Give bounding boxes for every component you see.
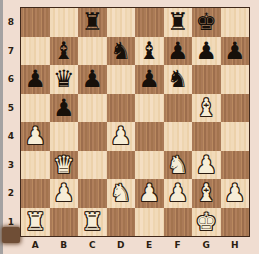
square-e6[interactable]: ♟ [135, 65, 164, 94]
screen-edge-artifact [0, 0, 3, 254]
square-f6[interactable]: ♞ [164, 65, 193, 94]
board-frame: ♜♜♚♝♞♝♟♟♟♟♛♟♟♞♟♝♟♟♛♞♟♟♞♟♟♝♟♜♜♚ [20, 7, 250, 237]
square-e8[interactable] [135, 8, 164, 37]
file-label-g: G [200, 240, 212, 250]
square-h8[interactable] [221, 8, 250, 37]
file-label-b: B [58, 240, 70, 250]
piece-black-rook-c8[interactable]: ♜ [81, 8, 103, 36]
corner-shadow-artifact [2, 227, 20, 243]
square-e2[interactable]: ♟ [135, 179, 164, 208]
rank-label-6: 6 [5, 74, 17, 84]
square-f2[interactable]: ♟ [164, 179, 193, 208]
piece-white-queen-b3[interactable]: ♛ [53, 151, 75, 179]
file-label-c: C [86, 240, 98, 250]
square-f4[interactable] [164, 122, 193, 151]
piece-white-rook-c1[interactable]: ♜ [81, 208, 103, 236]
piece-white-bishop-g5[interactable]: ♝ [195, 94, 217, 122]
square-g4[interactable] [192, 122, 221, 151]
square-b3[interactable]: ♛ [50, 151, 79, 180]
piece-white-pawn-h2[interactable]: ♟ [224, 179, 246, 207]
piece-black-queen-b6[interactable]: ♛ [53, 65, 75, 93]
piece-black-pawn-e6[interactable]: ♟ [138, 65, 160, 93]
file-label-d: D [115, 240, 127, 250]
square-c4[interactable] [78, 122, 107, 151]
piece-white-pawn-d4[interactable]: ♟ [110, 122, 132, 150]
square-d7[interactable]: ♞ [107, 37, 136, 66]
square-a7[interactable] [21, 37, 50, 66]
square-h7[interactable]: ♟ [221, 37, 250, 66]
piece-black-pawn-b5[interactable]: ♟ [53, 94, 75, 122]
rank-label-3: 3 [5, 160, 17, 170]
square-f1[interactable] [164, 208, 193, 237]
square-b6[interactable]: ♛ [50, 65, 79, 94]
file-label-a: A [29, 240, 41, 250]
square-g1[interactable]: ♚ [192, 208, 221, 237]
square-d5[interactable] [107, 94, 136, 123]
square-a6[interactable]: ♟ [21, 65, 50, 94]
square-e1[interactable] [135, 208, 164, 237]
square-h1[interactable] [221, 208, 250, 237]
square-g5[interactable]: ♝ [192, 94, 221, 123]
square-d4[interactable]: ♟ [107, 122, 136, 151]
square-h3[interactable] [221, 151, 250, 180]
square-a8[interactable] [21, 8, 50, 37]
square-f5[interactable] [164, 94, 193, 123]
square-a4[interactable]: ♟ [21, 122, 50, 151]
square-h4[interactable] [221, 122, 250, 151]
rank-label-4: 4 [5, 131, 17, 141]
piece-white-pawn-f2[interactable]: ♟ [167, 179, 189, 207]
chess-board-screenshot: ♜♜♚♝♞♝♟♟♟♟♛♟♟♞♟♝♟♟♛♞♟♟♞♟♟♝♟♜♜♚ 87654321A… [0, 0, 259, 254]
file-label-f: F [172, 240, 184, 250]
square-g8[interactable]: ♚ [192, 8, 221, 37]
square-c1[interactable]: ♜ [78, 208, 107, 237]
square-d8[interactable] [107, 8, 136, 37]
square-d3[interactable] [107, 151, 136, 180]
square-g2[interactable]: ♝ [192, 179, 221, 208]
piece-black-knight-d7[interactable]: ♞ [110, 37, 132, 65]
piece-white-pawn-g3[interactable]: ♟ [195, 151, 217, 179]
square-c3[interactable] [78, 151, 107, 180]
piece-white-bishop-g2[interactable]: ♝ [195, 179, 217, 207]
square-a5[interactable] [21, 94, 50, 123]
square-b7[interactable]: ♝ [50, 37, 79, 66]
square-f7[interactable]: ♟ [164, 37, 193, 66]
rank-label-2: 2 [5, 188, 17, 198]
piece-white-king-g1[interactable]: ♚ [195, 208, 217, 236]
rank-label-8: 8 [5, 17, 17, 27]
square-d1[interactable] [107, 208, 136, 237]
square-e4[interactable] [135, 122, 164, 151]
piece-black-bishop-e7[interactable]: ♝ [138, 37, 160, 65]
square-e5[interactable] [135, 94, 164, 123]
file-label-e: E [143, 240, 155, 250]
square-e7[interactable]: ♝ [135, 37, 164, 66]
rank-label-1: 1 [5, 217, 17, 227]
square-b2[interactable]: ♟ [50, 179, 79, 208]
piece-white-pawn-b2[interactable]: ♟ [53, 179, 75, 207]
square-d2[interactable]: ♞ [107, 179, 136, 208]
square-f3[interactable]: ♞ [164, 151, 193, 180]
file-label-h: H [229, 240, 241, 250]
square-c7[interactable] [78, 37, 107, 66]
piece-black-pawn-a6[interactable]: ♟ [24, 65, 46, 93]
rank-label-7: 7 [5, 46, 17, 56]
piece-white-rook-a1[interactable]: ♜ [24, 208, 46, 236]
piece-white-pawn-e2[interactable]: ♟ [138, 179, 160, 207]
square-c5[interactable] [78, 94, 107, 123]
chess-board: ♜♜♚♝♞♝♟♟♟♟♛♟♟♞♟♝♟♟♛♞♟♟♞♟♟♝♟♜♜♚ [21, 8, 249, 236]
square-g3[interactable]: ♟ [192, 151, 221, 180]
square-d6[interactable] [107, 65, 136, 94]
square-h6[interactable] [221, 65, 250, 94]
square-g7[interactable]: ♟ [192, 37, 221, 66]
rank-label-5: 5 [5, 103, 17, 113]
square-b5[interactable]: ♟ [50, 94, 79, 123]
piece-black-pawn-c6[interactable]: ♟ [81, 65, 103, 93]
piece-black-pawn-g7[interactable]: ♟ [195, 37, 217, 65]
square-h2[interactable]: ♟ [221, 179, 250, 208]
square-c2[interactable] [78, 179, 107, 208]
piece-black-pawn-f7[interactable]: ♟ [167, 37, 189, 65]
square-g6[interactable] [192, 65, 221, 94]
square-a2[interactable] [21, 179, 50, 208]
piece-black-bishop-b7[interactable]: ♝ [53, 37, 75, 65]
piece-black-king-g8[interactable]: ♚ [195, 8, 217, 36]
square-c6[interactable]: ♟ [78, 65, 107, 94]
piece-black-rook-f8[interactable]: ♜ [167, 8, 189, 36]
square-b4[interactable] [50, 122, 79, 151]
square-e3[interactable] [135, 151, 164, 180]
square-h5[interactable] [221, 94, 250, 123]
square-a1[interactable]: ♜ [21, 208, 50, 237]
piece-white-pawn-a4[interactable]: ♟ [24, 122, 46, 150]
square-f8[interactable]: ♜ [164, 8, 193, 37]
square-b8[interactable] [50, 8, 79, 37]
square-b1[interactable] [50, 208, 79, 237]
piece-white-knight-f3[interactable]: ♞ [167, 151, 189, 179]
piece-black-pawn-h7[interactable]: ♟ [224, 37, 246, 65]
piece-black-knight-f6[interactable]: ♞ [167, 65, 189, 93]
square-c8[interactable]: ♜ [78, 8, 107, 37]
piece-white-knight-d2[interactable]: ♞ [110, 179, 132, 207]
square-a3[interactable] [21, 151, 50, 180]
